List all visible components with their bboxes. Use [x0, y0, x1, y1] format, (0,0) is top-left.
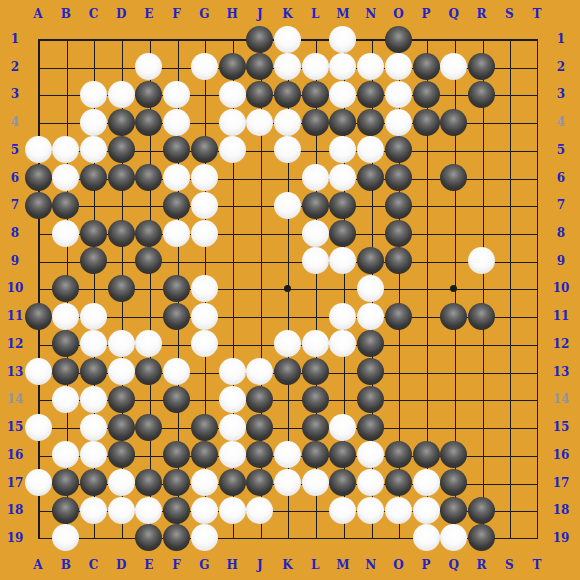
black-stone-C6[interactable]: [80, 164, 107, 191]
white-stone-B8[interactable]: [52, 220, 79, 247]
white-stone-B16[interactable]: [52, 441, 79, 468]
white-stone-A13[interactable]: [25, 358, 52, 385]
black-stone-O6[interactable]: [385, 164, 412, 191]
black-stone-F17[interactable]: [163, 469, 190, 496]
white-stone-G7[interactable]: [191, 192, 218, 219]
black-stone-A6[interactable]: [25, 164, 52, 191]
white-stone-E12[interactable]: [135, 330, 162, 357]
white-stone-C16[interactable]: [80, 441, 107, 468]
white-stone-H3[interactable]: [219, 81, 246, 108]
black-stone-P3[interactable]: [413, 81, 440, 108]
black-stone-M7[interactable]: [329, 192, 356, 219]
white-stone-O2[interactable]: [385, 53, 412, 80]
white-stone-K5[interactable]: [274, 136, 301, 163]
black-stone-B12[interactable]: [52, 330, 79, 357]
black-stone-L14[interactable]: [302, 386, 329, 413]
white-stone-K17[interactable]: [274, 469, 301, 496]
black-stone-E8[interactable]: [135, 220, 162, 247]
white-stone-H4[interactable]: [219, 109, 246, 136]
black-stone-N6[interactable]: [357, 164, 384, 191]
white-stone-Q19[interactable]: [440, 524, 467, 551]
white-stone-G6[interactable]: [191, 164, 218, 191]
white-stone-G18[interactable]: [191, 497, 218, 524]
black-stone-M8[interactable]: [329, 220, 356, 247]
black-stone-N9[interactable]: [357, 247, 384, 274]
black-stone-Q4[interactable]: [440, 109, 467, 136]
black-stone-H2[interactable]: [219, 53, 246, 80]
white-stone-L6[interactable]: [302, 164, 329, 191]
black-stone-F5[interactable]: [163, 136, 190, 163]
white-stone-M11[interactable]: [329, 303, 356, 330]
black-stone-P4[interactable]: [413, 109, 440, 136]
white-stone-N2[interactable]: [357, 53, 384, 80]
white-stone-A17[interactable]: [25, 469, 52, 496]
black-stone-R2[interactable]: [468, 53, 495, 80]
white-stone-J18[interactable]: [246, 497, 273, 524]
black-stone-L3[interactable]: [302, 81, 329, 108]
black-stone-D16[interactable]: [108, 441, 135, 468]
black-stone-A7[interactable]: [25, 192, 52, 219]
white-stone-E2[interactable]: [135, 53, 162, 80]
white-stone-G12[interactable]: [191, 330, 218, 357]
black-stone-C17[interactable]: [80, 469, 107, 496]
black-stone-O17[interactable]: [385, 469, 412, 496]
black-stone-C8[interactable]: [80, 220, 107, 247]
white-stone-M15[interactable]: [329, 414, 356, 441]
white-stone-K7[interactable]: [274, 192, 301, 219]
white-stone-C18[interactable]: [80, 497, 107, 524]
white-stone-L8[interactable]: [302, 220, 329, 247]
white-stone-G2[interactable]: [191, 53, 218, 80]
white-stone-M9[interactable]: [329, 247, 356, 274]
black-stone-B10[interactable]: [52, 275, 79, 302]
white-stone-M6[interactable]: [329, 164, 356, 191]
white-stone-N5[interactable]: [357, 136, 384, 163]
white-stone-D13[interactable]: [108, 358, 135, 385]
black-stone-N15[interactable]: [357, 414, 384, 441]
white-stone-N11[interactable]: [357, 303, 384, 330]
black-stone-C9[interactable]: [80, 247, 107, 274]
white-stone-C11[interactable]: [80, 303, 107, 330]
white-stone-P17[interactable]: [413, 469, 440, 496]
white-stone-F13[interactable]: [163, 358, 190, 385]
white-stone-K2[interactable]: [274, 53, 301, 80]
white-stone-G11[interactable]: [191, 303, 218, 330]
white-stone-K1[interactable]: [274, 26, 301, 53]
white-stone-H14[interactable]: [219, 386, 246, 413]
black-stone-N14[interactable]: [357, 386, 384, 413]
white-stone-C12[interactable]: [80, 330, 107, 357]
black-stone-M4[interactable]: [329, 109, 356, 136]
black-stone-E15[interactable]: [135, 414, 162, 441]
white-stone-D18[interactable]: [108, 497, 135, 524]
black-stone-L7[interactable]: [302, 192, 329, 219]
white-stone-P18[interactable]: [413, 497, 440, 524]
black-stone-M17[interactable]: [329, 469, 356, 496]
white-stone-J13[interactable]: [246, 358, 273, 385]
white-stone-H5[interactable]: [219, 136, 246, 163]
black-stone-J16[interactable]: [246, 441, 273, 468]
black-stone-E17[interactable]: [135, 469, 162, 496]
black-stone-D10[interactable]: [108, 275, 135, 302]
black-stone-O8[interactable]: [385, 220, 412, 247]
white-stone-O18[interactable]: [385, 497, 412, 524]
black-stone-Q6[interactable]: [440, 164, 467, 191]
white-stone-H15[interactable]: [219, 414, 246, 441]
black-stone-B13[interactable]: [52, 358, 79, 385]
white-stone-F3[interactable]: [163, 81, 190, 108]
black-stone-L4[interactable]: [302, 109, 329, 136]
white-stone-R9[interactable]: [468, 247, 495, 274]
black-stone-J17[interactable]: [246, 469, 273, 496]
black-stone-G15[interactable]: [191, 414, 218, 441]
black-stone-Q11[interactable]: [440, 303, 467, 330]
white-stone-C3[interactable]: [80, 81, 107, 108]
black-stone-B17[interactable]: [52, 469, 79, 496]
black-stone-R19[interactable]: [468, 524, 495, 551]
black-stone-J14[interactable]: [246, 386, 273, 413]
white-stone-D3[interactable]: [108, 81, 135, 108]
black-stone-D8[interactable]: [108, 220, 135, 247]
go-app-window: ABCDEFGHJKLMNOPQRST ABCDEFGHJKLMNOPQRST …: [0, 0, 580, 580]
black-stone-N4[interactable]: [357, 109, 384, 136]
white-stone-D17[interactable]: [108, 469, 135, 496]
black-stone-F7[interactable]: [163, 192, 190, 219]
black-stone-N12[interactable]: [357, 330, 384, 357]
white-stone-B14[interactable]: [52, 386, 79, 413]
black-stone-M16[interactable]: [329, 441, 356, 468]
white-stone-D12[interactable]: [108, 330, 135, 357]
black-stone-R11[interactable]: [468, 303, 495, 330]
white-stone-C14[interactable]: [80, 386, 107, 413]
white-stone-M18[interactable]: [329, 497, 356, 524]
white-stone-M2[interactable]: [329, 53, 356, 80]
white-stone-B11[interactable]: [52, 303, 79, 330]
black-stone-J2[interactable]: [246, 53, 273, 80]
black-stone-H17[interactable]: [219, 469, 246, 496]
black-stone-F10[interactable]: [163, 275, 190, 302]
white-stone-F4[interactable]: [163, 109, 190, 136]
black-stone-O9[interactable]: [385, 247, 412, 274]
white-stone-H13[interactable]: [219, 358, 246, 385]
white-stone-P19[interactable]: [413, 524, 440, 551]
white-stone-E18[interactable]: [135, 497, 162, 524]
black-stone-G5[interactable]: [191, 136, 218, 163]
black-stone-J1[interactable]: [246, 26, 273, 53]
black-stone-G16[interactable]: [191, 441, 218, 468]
black-stone-O7[interactable]: [385, 192, 412, 219]
white-stone-G17[interactable]: [191, 469, 218, 496]
black-stone-E9[interactable]: [135, 247, 162, 274]
black-stone-F11[interactable]: [163, 303, 190, 330]
black-stone-Q18[interactable]: [440, 497, 467, 524]
black-stone-P16[interactable]: [413, 441, 440, 468]
black-stone-R3[interactable]: [468, 81, 495, 108]
black-stone-Q17[interactable]: [440, 469, 467, 496]
black-stone-F18[interactable]: [163, 497, 190, 524]
black-stone-O1[interactable]: [385, 26, 412, 53]
black-stone-R18[interactable]: [468, 497, 495, 524]
black-stone-E4[interactable]: [135, 109, 162, 136]
black-stone-D4[interactable]: [108, 109, 135, 136]
white-stone-K4[interactable]: [274, 109, 301, 136]
black-stone-Q16[interactable]: [440, 441, 467, 468]
black-stone-A11[interactable]: [25, 303, 52, 330]
black-stone-B7[interactable]: [52, 192, 79, 219]
white-stone-J4[interactable]: [246, 109, 273, 136]
black-stone-F19[interactable]: [163, 524, 190, 551]
black-stone-N13[interactable]: [357, 358, 384, 385]
white-stone-O3[interactable]: [385, 81, 412, 108]
black-stone-L13[interactable]: [302, 358, 329, 385]
white-stone-F6[interactable]: [163, 164, 190, 191]
white-stone-B6[interactable]: [52, 164, 79, 191]
white-stone-C4[interactable]: [80, 109, 107, 136]
white-stone-L2[interactable]: [302, 53, 329, 80]
white-stone-M12[interactable]: [329, 330, 356, 357]
black-stone-J3[interactable]: [246, 81, 273, 108]
white-stone-N10[interactable]: [357, 275, 384, 302]
black-stone-D5[interactable]: [108, 136, 135, 163]
white-stone-M5[interactable]: [329, 136, 356, 163]
white-stone-O4[interactable]: [385, 109, 412, 136]
black-stone-E13[interactable]: [135, 358, 162, 385]
black-stone-C13[interactable]: [80, 358, 107, 385]
white-stone-G19[interactable]: [191, 524, 218, 551]
white-stone-N18[interactable]: [357, 497, 384, 524]
black-stone-D15[interactable]: [108, 414, 135, 441]
black-stone-O11[interactable]: [385, 303, 412, 330]
black-stone-E3[interactable]: [135, 81, 162, 108]
black-stone-D6[interactable]: [108, 164, 135, 191]
black-stone-N3[interactable]: [357, 81, 384, 108]
white-stone-L9[interactable]: [302, 247, 329, 274]
black-stone-F14[interactable]: [163, 386, 190, 413]
black-stone-J15[interactable]: [246, 414, 273, 441]
white-stone-G10[interactable]: [191, 275, 218, 302]
white-stone-G8[interactable]: [191, 220, 218, 247]
black-stone-F16[interactable]: [163, 441, 190, 468]
white-stone-B19[interactable]: [52, 524, 79, 551]
white-stone-L12[interactable]: [302, 330, 329, 357]
black-stone-K3[interactable]: [274, 81, 301, 108]
black-stone-K13[interactable]: [274, 358, 301, 385]
stones-layer: [0, 0, 580, 580]
black-stone-D14[interactable]: [108, 386, 135, 413]
white-stone-C15[interactable]: [80, 414, 107, 441]
black-stone-P2[interactable]: [413, 53, 440, 80]
black-stone-O5[interactable]: [385, 136, 412, 163]
white-stone-M1[interactable]: [329, 26, 356, 53]
white-stone-B5[interactable]: [52, 136, 79, 163]
white-stone-A5[interactable]: [25, 136, 52, 163]
white-stone-H16[interactable]: [219, 441, 246, 468]
black-stone-E6[interactable]: [135, 164, 162, 191]
black-stone-E19[interactable]: [135, 524, 162, 551]
white-stone-K16[interactable]: [274, 441, 301, 468]
white-stone-F8[interactable]: [163, 220, 190, 247]
white-stone-Q2[interactable]: [440, 53, 467, 80]
white-stone-C5[interactable]: [80, 136, 107, 163]
white-stone-M3[interactable]: [329, 81, 356, 108]
white-stone-A15[interactable]: [25, 414, 52, 441]
black-stone-O16[interactable]: [385, 441, 412, 468]
white-stone-K12[interactable]: [274, 330, 301, 357]
white-stone-N17[interactable]: [357, 469, 384, 496]
white-stone-L17[interactable]: [302, 469, 329, 496]
white-stone-H18[interactable]: [219, 497, 246, 524]
black-stone-L15[interactable]: [302, 414, 329, 441]
white-stone-N16[interactable]: [357, 441, 384, 468]
black-stone-B18[interactable]: [52, 497, 79, 524]
black-stone-L16[interactable]: [302, 441, 329, 468]
